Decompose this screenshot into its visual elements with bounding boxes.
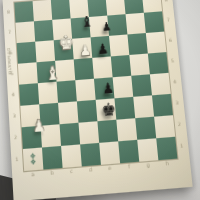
square-a6 <box>17 42 37 64</box>
square-g7 <box>126 13 146 35</box>
square-c5 <box>55 59 75 81</box>
chess-board: ♝♟♚♟♟♝♟♟♚❖❖ <box>13 0 178 172</box>
square-e8 <box>87 0 107 17</box>
rank-label-5: 5 <box>168 50 177 71</box>
square-g1 <box>137 138 158 161</box>
photo-frame: OLYMPIAD abcdefgh abcdefgh 87654321 8765… <box>0 0 200 200</box>
rank-label-6: 6 <box>7 42 15 63</box>
square-e6: ♟ <box>91 36 111 58</box>
rank-label-5: 5 <box>8 63 16 84</box>
square-e4: ♟ <box>94 77 115 100</box>
square-d7: ♝ <box>71 17 91 39</box>
rank-label-8: 8 <box>5 2 13 23</box>
rank-label-3: 3 <box>10 105 18 127</box>
rank-label-2: 2 <box>175 113 184 135</box>
rank-label-6: 6 <box>166 30 175 51</box>
rank-label-8: 8 <box>162 0 171 10</box>
square-a4 <box>19 83 39 106</box>
square-a5 <box>18 62 38 84</box>
square-c2 <box>60 123 81 146</box>
square-h1 <box>156 137 177 160</box>
square-d4 <box>75 79 95 102</box>
square-c6: ♚ <box>54 39 74 61</box>
file-label-e: e <box>100 163 120 173</box>
rank-label-4: 4 <box>9 84 17 106</box>
square-f5 <box>111 55 131 77</box>
square-c1 <box>61 144 82 168</box>
square-h6 <box>146 32 167 54</box>
square-c8 <box>51 0 71 20</box>
square-g4 <box>131 74 152 97</box>
square-b7 <box>34 20 54 42</box>
square-d3 <box>77 100 98 123</box>
file-label-f: f <box>119 162 139 172</box>
square-b5: ♝ <box>36 61 56 83</box>
file-label-b: b <box>42 168 62 178</box>
square-a3: ♟ <box>20 104 40 127</box>
square-c3 <box>58 101 78 124</box>
square-e2 <box>97 120 118 143</box>
file-label-d: d <box>81 165 101 175</box>
square-f7 <box>107 14 127 36</box>
rank-label-1: 1 <box>13 148 21 171</box>
rank-label-1: 1 <box>177 135 186 157</box>
square-h3 <box>152 94 173 117</box>
rank-label-7: 7 <box>164 10 173 31</box>
square-d2 <box>78 121 99 144</box>
photo: OLYMPIAD abcdefgh abcdefgh 87654321 8765… <box>0 0 200 200</box>
vinyl-chess-mat: OLYMPIAD abcdefgh abcdefgh 87654321 8765… <box>2 0 192 200</box>
square-h7 <box>144 11 164 33</box>
square-f6 <box>109 34 129 56</box>
square-h2 <box>154 115 175 138</box>
square-c4 <box>57 80 77 103</box>
square-b4 <box>38 82 58 105</box>
corner-ornament-icon: ❖❖ <box>23 147 44 171</box>
square-f3 <box>114 97 135 120</box>
square-d6: ♟ <box>72 37 92 59</box>
square-c7 <box>52 18 72 40</box>
square-g5 <box>129 54 150 76</box>
square-b3 <box>39 103 59 126</box>
square-f8 <box>105 0 125 16</box>
square-b2 <box>41 124 61 147</box>
square-e1 <box>99 141 120 164</box>
square-g2 <box>135 117 156 140</box>
square-d1 <box>80 143 101 167</box>
rank-label-7: 7 <box>6 22 14 43</box>
square-d5 <box>74 58 94 80</box>
square-f1 <box>118 140 139 163</box>
square-d8 <box>69 0 89 18</box>
square-e7: ♟ <box>89 16 109 38</box>
rank-label-2: 2 <box>12 126 20 148</box>
square-a2 <box>22 126 42 149</box>
square-h4 <box>150 73 171 96</box>
rank-label-3: 3 <box>173 92 182 114</box>
square-b8 <box>33 0 53 21</box>
black-pawn: ♟ <box>97 41 110 56</box>
square-a8 <box>14 1 34 23</box>
square-b6 <box>35 40 55 62</box>
file-label-h: h <box>157 159 177 169</box>
file-label-c: c <box>62 166 82 176</box>
white-pawn: ♟ <box>79 43 91 58</box>
square-a7 <box>15 21 35 43</box>
square-g6 <box>127 33 147 55</box>
file-label-a: a <box>23 170 43 180</box>
rank-label-4: 4 <box>170 71 179 93</box>
square-e3: ♚ <box>96 98 117 121</box>
square-h5 <box>148 52 169 74</box>
file-label-g: g <box>138 160 158 170</box>
square-g3 <box>133 95 154 118</box>
square-b1 <box>42 146 63 170</box>
square-a1: ❖❖ <box>23 147 44 171</box>
square-f2 <box>116 118 137 141</box>
square-e5 <box>92 56 112 78</box>
square-f4 <box>113 76 134 99</box>
